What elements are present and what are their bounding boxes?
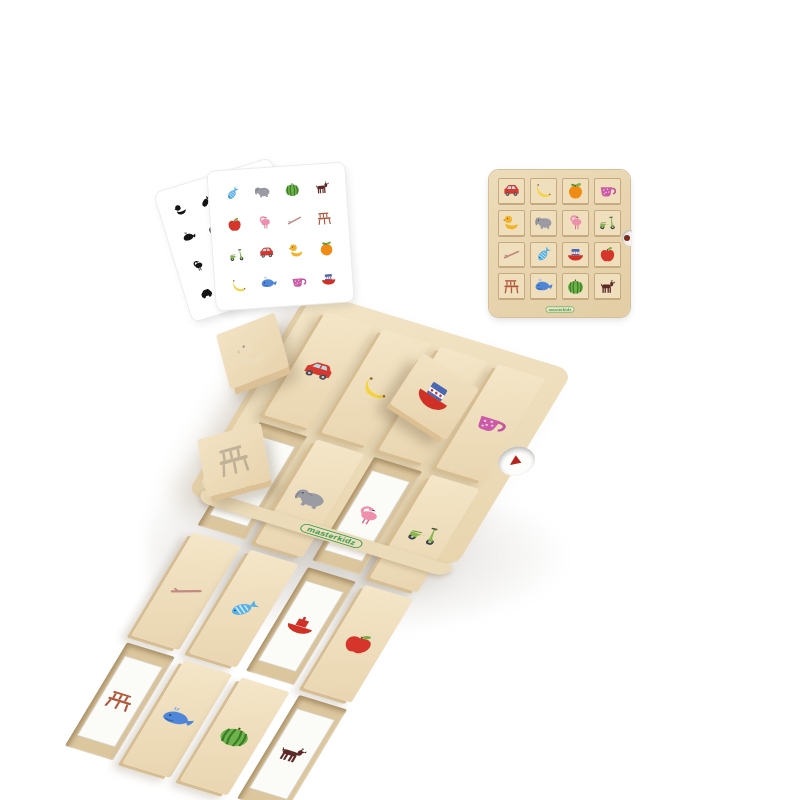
card-item-chair: [310, 203, 340, 234]
fish-icon: [223, 185, 241, 203]
fish-icon: [534, 245, 553, 264]
card-item-orange: [312, 233, 342, 264]
card-item-apple: [219, 209, 249, 240]
dog-icon: [258, 717, 326, 791]
duck-icon: [288, 242, 306, 260]
card-item-cup: [284, 266, 314, 297]
thumb-tile-car: [498, 178, 525, 205]
thumbnail-tile-grid: [498, 178, 621, 300]
scooter-icon: [227, 246, 245, 264]
duck-icon: [228, 326, 276, 377]
flamingo-icon: [189, 257, 206, 274]
apple-icon: [598, 245, 617, 264]
thumb-tile-elephant: [530, 210, 557, 237]
duck-icon: [172, 200, 189, 217]
thumbnail-logo: masterkidz: [489, 302, 630, 316]
thumbnail-notch-dot: [624, 235, 630, 241]
card-item-flamingo: [249, 207, 279, 238]
flamingo-icon: [255, 213, 273, 231]
chair-icon: [316, 209, 334, 227]
card-item-scooter: [221, 240, 251, 271]
thumb-tile-flamingo: [562, 210, 589, 237]
thumb-tile-melon: [562, 273, 589, 300]
thumb-tile-banana: [530, 178, 557, 205]
dog-icon: [313, 178, 331, 196]
card-item-dog: [307, 172, 337, 203]
chair-icon: [502, 277, 521, 296]
thumb-tile-whale: [530, 273, 557, 300]
thumb-tile-boat: [562, 242, 589, 269]
thumb-tile-fish: [530, 242, 557, 269]
product-photo-scene: masterkidz masterkidz: [0, 0, 800, 800]
thumb-tile-apple: [594, 242, 621, 269]
cup-icon: [290, 272, 308, 290]
card-item-banana: [223, 270, 253, 301]
car-icon: [502, 181, 521, 200]
scooter-icon: [598, 213, 617, 232]
slot-card-red-triangle: [509, 455, 523, 467]
boat-icon: [566, 245, 585, 264]
boat-icon: [405, 368, 464, 426]
cup-icon: [598, 181, 617, 200]
thumb-tile-stick: [498, 242, 525, 269]
thumb-tile-duck: [498, 210, 525, 237]
orange-icon: [318, 240, 336, 258]
stick-icon: [285, 211, 303, 229]
card-item-boat: [314, 264, 344, 295]
card-item-stick: [279, 205, 309, 236]
thumbnail-card-slot-notch: [622, 230, 632, 246]
thumb-tile-scooter: [594, 210, 621, 237]
card-item-duck: [282, 235, 312, 266]
card-item-elephant: [247, 176, 277, 207]
car-icon: [198, 285, 215, 302]
dog-icon: [598, 277, 617, 296]
melon-icon: [566, 277, 585, 296]
card-item-melon: [277, 174, 307, 205]
whale-icon: [534, 277, 553, 296]
banana-icon: [534, 181, 553, 200]
elephant-icon: [253, 182, 271, 200]
stick-icon: [502, 245, 521, 264]
card-item-car: [251, 238, 281, 269]
thumb-tile-dog: [594, 273, 621, 300]
thumb-tile-chair: [498, 273, 525, 300]
whale-icon: [260, 274, 278, 292]
car-icon: [257, 244, 275, 262]
card-item-whale: [254, 268, 284, 299]
apple-icon: [225, 215, 243, 233]
card-item-fish: [217, 178, 247, 209]
thumb-tile-orange: [562, 178, 589, 205]
banana-icon: [229, 277, 247, 295]
elephant-icon: [534, 213, 553, 232]
product-thumbnail-board: masterkidz: [489, 170, 630, 317]
boat-icon: [320, 270, 338, 288]
flamingo-icon: [566, 213, 585, 232]
whale-icon: [181, 229, 198, 246]
thumbnail-logo-text: masterkidz: [545, 306, 573, 312]
orange-icon: [566, 181, 585, 200]
melon-icon: [283, 180, 301, 198]
reference-card-pictures[interactable]: [207, 162, 353, 310]
chair-icon: [210, 435, 259, 484]
thumb-tile-cup: [594, 178, 621, 205]
duck-icon: [502, 213, 521, 232]
